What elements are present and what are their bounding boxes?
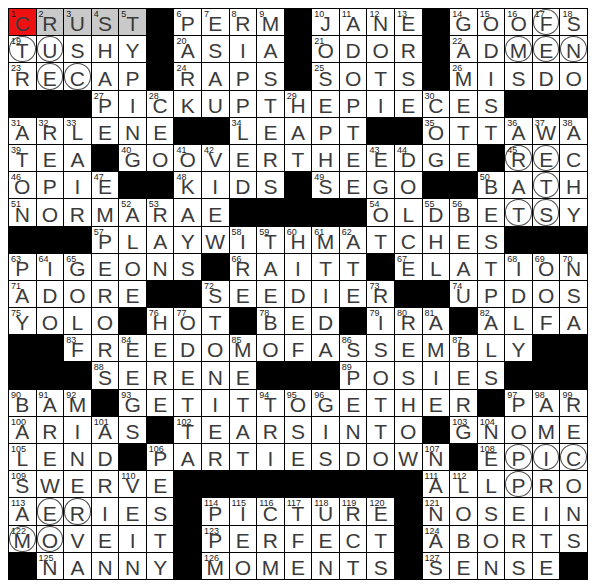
cell-r17c9[interactable]: T: [230, 444, 257, 470]
cell-r9c7[interactable]: Y: [174, 227, 201, 253]
cell-r11c20[interactable]: O: [533, 281, 560, 307]
cell-r21c20[interactable]: E: [533, 553, 560, 579]
cell-r1c10[interactable]: 9M: [257, 9, 284, 35]
cell-r2c2[interactable]: U: [37, 36, 64, 62]
cell-r12c2[interactable]: O: [37, 308, 64, 334]
cell-r2c7[interactable]: 20A: [174, 36, 201, 62]
cell-r19c6[interactable]: S: [147, 498, 174, 524]
cell-r19c16[interactable]: 121N: [423, 498, 450, 524]
cell-r19c5[interactable]: E: [119, 498, 146, 524]
cell-r17c8[interactable]: R: [202, 444, 229, 470]
cell-r17c7[interactable]: A: [174, 444, 201, 470]
cell-r19c2[interactable]: E: [37, 498, 64, 524]
cell-r6c15[interactable]: 44D: [395, 145, 422, 171]
cell-r10c6[interactable]: N: [147, 254, 174, 280]
cell-r9c14[interactable]: T: [367, 227, 394, 253]
cell-r10c18[interactable]: T: [478, 254, 505, 280]
cell-r15c6[interactable]: E: [147, 390, 174, 416]
cell-r16c19[interactable]: O: [505, 417, 532, 443]
cell-r20c17[interactable]: B: [450, 526, 477, 552]
cell-r20c3[interactable]: V: [64, 526, 91, 552]
cell-r3c9[interactable]: P: [230, 63, 257, 89]
cell-r12c14[interactable]: 79I: [367, 308, 394, 334]
cell-r10c2[interactable]: 64I: [37, 254, 64, 280]
cell-r4c9[interactable]: P: [230, 91, 257, 117]
cell-r7c2[interactable]: P: [37, 172, 64, 198]
cell-r7c18[interactable]: 50B: [478, 172, 505, 198]
cell-r16c2[interactable]: R: [37, 417, 64, 443]
cell-r15c21[interactable]: 99R: [560, 390, 587, 416]
cell-r4c16[interactable]: 30C: [423, 91, 450, 117]
cell-r12c8[interactable]: T: [202, 308, 229, 334]
cell-r20c13[interactable]: C: [340, 526, 367, 552]
cell-r15c2[interactable]: 91A: [37, 390, 64, 416]
cell-r8c17[interactable]: 56B: [450, 199, 477, 225]
cell-r9c10[interactable]: 59T: [257, 227, 284, 253]
cell-r15c3[interactable]: 92M: [64, 390, 91, 416]
cell-r11c12[interactable]: I: [312, 281, 339, 307]
cell-r13c17[interactable]: 87B: [450, 335, 477, 361]
cell-r5c6[interactable]: E: [147, 118, 174, 144]
cell-r7c9[interactable]: D: [230, 172, 257, 198]
cell-r8c4[interactable]: M: [92, 199, 119, 225]
cell-r19c4[interactable]: I: [92, 498, 119, 524]
cell-r12c10[interactable]: 78B: [257, 308, 284, 334]
cell-r18c6[interactable]: E: [147, 471, 174, 497]
cell-r14c17[interactable]: E: [450, 362, 477, 388]
cell-r14c18[interactable]: S: [478, 362, 505, 388]
cell-r10c12[interactable]: T: [312, 254, 339, 280]
cell-r3c15[interactable]: S: [395, 63, 422, 89]
cell-r21c10[interactable]: M: [257, 553, 284, 579]
cell-r17c14[interactable]: O: [367, 444, 394, 470]
cell-r19c17[interactable]: O: [450, 498, 477, 524]
cell-r6c20[interactable]: E: [533, 145, 560, 171]
cell-r20c18[interactable]: O: [478, 526, 505, 552]
cell-r4c4[interactable]: 27P: [92, 91, 119, 117]
cell-r2c15[interactable]: R: [395, 36, 422, 62]
cell-r6c9[interactable]: E: [230, 145, 257, 171]
cell-r2c19[interactable]: M: [505, 36, 532, 62]
cell-r2c3[interactable]: S: [64, 36, 91, 62]
cell-r19c9[interactable]: 115I: [230, 498, 257, 524]
cell-r1c5[interactable]: 5T: [119, 9, 146, 35]
cell-r16c11[interactable]: S: [285, 417, 312, 443]
cell-r8c6[interactable]: 53R: [147, 199, 174, 225]
cell-r20c19[interactable]: R: [505, 526, 532, 552]
cell-r3c10[interactable]: S: [257, 63, 284, 89]
cell-r5c11[interactable]: A: [285, 118, 312, 144]
cell-r11c8[interactable]: 72S: [202, 281, 229, 307]
cell-r5c3[interactable]: 33L: [64, 118, 91, 144]
cell-r21c17[interactable]: E: [450, 553, 477, 579]
cell-r16c9[interactable]: A: [230, 417, 257, 443]
cell-r16c18[interactable]: 104N: [478, 417, 505, 443]
cell-r14c8[interactable]: N: [202, 362, 229, 388]
cell-r16c8[interactable]: E: [202, 417, 229, 443]
cell-r4c17[interactable]: E: [450, 91, 477, 117]
cell-r12c18[interactable]: 82A: [478, 308, 505, 334]
cell-r10c17[interactable]: A: [450, 254, 477, 280]
cell-r6c10[interactable]: R: [257, 145, 284, 171]
cell-r14c13[interactable]: 89P: [340, 362, 367, 388]
cell-r15c9[interactable]: T: [230, 390, 257, 416]
cell-r19c21[interactable]: N: [560, 498, 587, 524]
cell-r21c14[interactable]: S: [367, 553, 394, 579]
cell-r20c12[interactable]: E: [312, 526, 339, 552]
cell-r8c14[interactable]: 54O: [367, 199, 394, 225]
cell-r19c11[interactable]: 117T: [285, 498, 312, 524]
cell-r15c12[interactable]: 96G: [312, 390, 339, 416]
cell-r21c4[interactable]: N: [92, 553, 119, 579]
cell-r18c21[interactable]: O: [560, 471, 587, 497]
cell-r8c18[interactable]: E: [478, 199, 505, 225]
cell-r16c3[interactable]: I: [64, 417, 91, 443]
cell-r16c13[interactable]: N: [340, 417, 367, 443]
cell-r2c10[interactable]: A: [257, 36, 284, 62]
cell-r16c21[interactable]: E: [560, 417, 587, 443]
cell-r5c5[interactable]: N: [119, 118, 146, 144]
cell-r11c21[interactable]: S: [560, 281, 587, 307]
cell-r11c2[interactable]: D: [37, 281, 64, 307]
cell-r12c12[interactable]: D: [312, 308, 339, 334]
cell-r16c15[interactable]: O: [395, 417, 422, 443]
cell-r19c1[interactable]: 113A: [9, 498, 36, 524]
cell-r17c6[interactable]: 106P: [147, 444, 174, 470]
cell-r9c5[interactable]: L: [119, 227, 146, 253]
cell-r6c12[interactable]: H: [312, 145, 339, 171]
cell-r11c9[interactable]: E: [230, 281, 257, 307]
cell-r8c1[interactable]: 51N: [9, 199, 36, 225]
cell-r17c20[interactable]: I: [533, 444, 560, 470]
cell-r11c3[interactable]: O: [64, 281, 91, 307]
cell-r12c16[interactable]: 81A: [423, 308, 450, 334]
cell-r4c5[interactable]: I: [119, 91, 146, 117]
cell-r20c20[interactable]: T: [533, 526, 560, 552]
cell-r5c17[interactable]: T: [450, 118, 477, 144]
cell-r9c12[interactable]: 61M: [312, 227, 339, 253]
cell-r3c14[interactable]: T: [367, 63, 394, 89]
cell-r5c2[interactable]: 32R: [37, 118, 64, 144]
cell-r17c21[interactable]: C: [560, 444, 587, 470]
cell-r6c2[interactable]: E: [37, 145, 64, 171]
cell-r15c1[interactable]: 90B: [9, 390, 36, 416]
cell-r7c20[interactable]: T: [533, 172, 560, 198]
cell-r13c15[interactable]: E: [395, 335, 422, 361]
cell-r7c7[interactable]: 48K: [174, 172, 201, 198]
cell-r4c11[interactable]: 29H: [285, 91, 312, 117]
cell-r14c9[interactable]: E: [230, 362, 257, 388]
selected-cell[interactable]: 1C: [9, 9, 36, 35]
cell-r16c17[interactable]: 103G: [450, 417, 477, 443]
cell-r21c19[interactable]: S: [505, 553, 532, 579]
cell-r5c13[interactable]: T: [340, 118, 367, 144]
cell-r19c14[interactable]: 120E: [367, 498, 394, 524]
cell-r3c1[interactable]: 23R: [9, 63, 36, 89]
cell-r3c12[interactable]: 25S: [312, 63, 339, 89]
cell-r9c18[interactable]: S: [478, 227, 505, 253]
cell-r2c12[interactable]: 21O: [312, 36, 339, 62]
cell-r5c19[interactable]: 36A: [505, 118, 532, 144]
cell-r17c15[interactable]: W: [395, 444, 422, 470]
cell-r7c3[interactable]: I: [64, 172, 91, 198]
cell-r18c1[interactable]: 109S: [9, 471, 36, 497]
cell-r8c15[interactable]: L: [395, 199, 422, 225]
cell-r13c3[interactable]: 83F: [64, 335, 91, 361]
cell-r3c17[interactable]: 26M: [450, 63, 477, 89]
cell-r7c13[interactable]: E: [340, 172, 367, 198]
cell-r13c19[interactable]: Y: [505, 335, 532, 361]
cell-r17c4[interactable]: D: [92, 444, 119, 470]
cell-r3c13[interactable]: O: [340, 63, 367, 89]
cell-r17c11[interactable]: E: [285, 444, 312, 470]
cell-r17c2[interactable]: E: [37, 444, 64, 470]
cell-r12c4[interactable]: O: [92, 308, 119, 334]
cell-r10c19[interactable]: 68I: [505, 254, 532, 280]
cell-r2c13[interactable]: D: [340, 36, 367, 62]
cell-r18c2[interactable]: W: [37, 471, 64, 497]
cell-r13c7[interactable]: D: [174, 335, 201, 361]
cell-r1c21[interactable]: 18S: [560, 9, 587, 35]
cell-r15c5[interactable]: 93G: [119, 390, 146, 416]
cell-r18c5[interactable]: 110V: [119, 471, 146, 497]
cell-r21c2[interactable]: 125N: [37, 553, 64, 579]
cell-r17c19[interactable]: P: [505, 444, 532, 470]
cell-r2c17[interactable]: 22A: [450, 36, 477, 62]
cell-r13c9[interactable]: 85M: [230, 335, 257, 361]
cell-r20c16[interactable]: 124A: [423, 526, 450, 552]
cell-r13c4[interactable]: R: [92, 335, 119, 361]
cell-r1c19[interactable]: 16O: [505, 9, 532, 35]
cell-r9c9[interactable]: 58I: [230, 227, 257, 253]
cell-r20c9[interactable]: E: [230, 526, 257, 552]
cell-r10c4[interactable]: E: [92, 254, 119, 280]
cell-r19c10[interactable]: 116C: [257, 498, 284, 524]
cell-r9c13[interactable]: 62A: [340, 227, 367, 253]
cell-r14c7[interactable]: E: [174, 362, 201, 388]
cell-r3c20[interactable]: D: [533, 63, 560, 89]
cell-r13c12[interactable]: A: [312, 335, 339, 361]
cell-r5c1[interactable]: 31A: [9, 118, 36, 144]
cell-r20c14[interactable]: T: [367, 526, 394, 552]
cell-r17c18[interactable]: 108E: [478, 444, 505, 470]
cell-r16c20[interactable]: M: [533, 417, 560, 443]
cell-r6c13[interactable]: E: [340, 145, 367, 171]
cell-r7c4[interactable]: 47E: [92, 172, 119, 198]
cell-r7c15[interactable]: O: [395, 172, 422, 198]
cell-r4c15[interactable]: E: [395, 91, 422, 117]
cell-r21c13[interactable]: T: [340, 553, 367, 579]
cell-r15c14[interactable]: T: [367, 390, 394, 416]
cell-r17c13[interactable]: D: [340, 444, 367, 470]
cell-r1c2[interactable]: 2R: [37, 9, 64, 35]
cell-r21c12[interactable]: N: [312, 553, 339, 579]
cell-r11c14[interactable]: 73R: [367, 281, 394, 307]
cell-r19c3[interactable]: R: [64, 498, 91, 524]
cell-r11c10[interactable]: E: [257, 281, 284, 307]
cell-r20c2[interactable]: O: [37, 526, 64, 552]
cell-r18c16[interactable]: 111A: [423, 471, 450, 497]
cell-r9c6[interactable]: A: [147, 227, 174, 253]
cell-r15c19[interactable]: 97P: [505, 390, 532, 416]
cell-r6c14[interactable]: 43E: [367, 145, 394, 171]
cell-r19c8[interactable]: 114P: [202, 498, 229, 524]
cell-r8c7[interactable]: A: [174, 199, 201, 225]
cell-r17c12[interactable]: S: [312, 444, 339, 470]
cell-r13c6[interactable]: E: [147, 335, 174, 361]
cell-r1c13[interactable]: 11A: [340, 9, 367, 35]
cell-r17c10[interactable]: I: [257, 444, 284, 470]
cell-r10c3[interactable]: 65G: [64, 254, 91, 280]
cell-r15c8[interactable]: I: [202, 390, 229, 416]
cell-r21c6[interactable]: Y: [147, 553, 174, 579]
cell-r14c16[interactable]: I: [423, 362, 450, 388]
cell-r18c17[interactable]: 112L: [450, 471, 477, 497]
cell-r6c1[interactable]: 39T: [9, 145, 36, 171]
cell-r6c19[interactable]: 45R: [505, 145, 532, 171]
cell-r1c18[interactable]: 15O: [478, 9, 505, 35]
cell-r1c8[interactable]: 7E: [202, 9, 229, 35]
cell-r10c5[interactable]: O: [119, 254, 146, 280]
cell-r21c3[interactable]: A: [64, 553, 91, 579]
cell-r16c12[interactable]: I: [312, 417, 339, 443]
cell-r3c5[interactable]: P: [119, 63, 146, 89]
cell-r1c3[interactable]: 3U: [64, 9, 91, 35]
cell-r3c19[interactable]: S: [505, 63, 532, 89]
cell-r4c10[interactable]: T: [257, 91, 284, 117]
cell-r6c16[interactable]: G: [423, 145, 450, 171]
cell-r9c16[interactable]: H: [423, 227, 450, 253]
cell-r3c18[interactable]: I: [478, 63, 505, 89]
cell-r5c12[interactable]: P: [312, 118, 339, 144]
cell-r2c5[interactable]: Y: [119, 36, 146, 62]
cell-r12c6[interactable]: 76H: [147, 308, 174, 334]
cell-r13c10[interactable]: O: [257, 335, 284, 361]
cell-r3c8[interactable]: A: [202, 63, 229, 89]
cell-r9c11[interactable]: 60H: [285, 227, 312, 253]
cell-r17c3[interactable]: N: [64, 444, 91, 470]
cell-r4c13[interactable]: P: [340, 91, 367, 117]
cell-r10c7[interactable]: S: [174, 254, 201, 280]
cell-r17c16[interactable]: 107N: [423, 444, 450, 470]
cell-r11c17[interactable]: 74U: [450, 281, 477, 307]
cell-r10c20[interactable]: 69O: [533, 254, 560, 280]
cell-r1c4[interactable]: 4S: [92, 9, 119, 35]
cell-r5c18[interactable]: T: [478, 118, 505, 144]
cell-r2c14[interactable]: O: [367, 36, 394, 62]
cell-r2c18[interactable]: D: [478, 36, 505, 62]
cell-r3c4[interactable]: A: [92, 63, 119, 89]
cell-r14c5[interactable]: E: [119, 362, 146, 388]
cell-r13c14[interactable]: S: [367, 335, 394, 361]
cell-r9c8[interactable]: W: [202, 227, 229, 253]
cell-r12c7[interactable]: 77O: [174, 308, 201, 334]
cell-r12c11[interactable]: E: [285, 308, 312, 334]
cell-r18c4[interactable]: R: [92, 471, 119, 497]
cell-r16c7[interactable]: 102T: [174, 417, 201, 443]
cell-r8c8[interactable]: E: [202, 199, 229, 225]
cell-r20c11[interactable]: F: [285, 526, 312, 552]
cell-r7c19[interactable]: A: [505, 172, 532, 198]
cell-r5c10[interactable]: E: [257, 118, 284, 144]
cell-r3c2[interactable]: E: [37, 63, 64, 89]
cell-r12c1[interactable]: 75Y: [9, 308, 36, 334]
cell-r10c9[interactable]: 66R: [230, 254, 257, 280]
cell-r10c11[interactable]: I: [285, 254, 312, 280]
cell-r12c3[interactable]: L: [64, 308, 91, 334]
cell-r6c17[interactable]: E: [450, 145, 477, 171]
cell-r6c8[interactable]: 42V: [202, 145, 229, 171]
cell-r15c20[interactable]: 98A: [533, 390, 560, 416]
cell-r10c21[interactable]: 70N: [560, 254, 587, 280]
cell-r21c16[interactable]: 127S: [423, 553, 450, 579]
cell-r19c18[interactable]: S: [478, 498, 505, 524]
cell-r2c8[interactable]: S: [202, 36, 229, 62]
cell-r15c7[interactable]: T: [174, 390, 201, 416]
cell-r4c18[interactable]: S: [478, 91, 505, 117]
cell-r13c5[interactable]: 84E: [119, 335, 146, 361]
cell-r8c3[interactable]: R: [64, 199, 91, 225]
cell-r8c2[interactable]: O: [37, 199, 64, 225]
cell-r16c5[interactable]: S: [119, 417, 146, 443]
cell-r12c20[interactable]: F: [533, 308, 560, 334]
cell-r21c18[interactable]: N: [478, 553, 505, 579]
cell-r12c21[interactable]: A: [560, 308, 587, 334]
cell-r13c11[interactable]: F: [285, 335, 312, 361]
cell-r20c21[interactable]: S: [560, 526, 587, 552]
cell-r5c9[interactable]: 34L: [230, 118, 257, 144]
cell-r1c15[interactable]: 13E: [395, 9, 422, 35]
cell-r15c13[interactable]: E: [340, 390, 367, 416]
cell-r2c9[interactable]: I: [230, 36, 257, 62]
cell-r5c21[interactable]: 38A: [560, 118, 587, 144]
cell-r7c12[interactable]: 49S: [312, 172, 339, 198]
cell-r10c13[interactable]: T: [340, 254, 367, 280]
cell-r1c9[interactable]: 8R: [230, 9, 257, 35]
cell-r6c11[interactable]: T: [285, 145, 312, 171]
cell-r18c18[interactable]: L: [478, 471, 505, 497]
cell-r12c19[interactable]: L: [505, 308, 532, 334]
cell-r9c15[interactable]: C: [395, 227, 422, 253]
cell-r19c13[interactable]: 119R: [340, 498, 367, 524]
cell-r20c6[interactable]: T: [147, 526, 174, 552]
cell-r21c11[interactable]: E: [285, 553, 312, 579]
cell-r1c7[interactable]: 6P: [174, 9, 201, 35]
cell-r14c14[interactable]: O: [367, 362, 394, 388]
cell-r4c6[interactable]: 28C: [147, 91, 174, 117]
cell-r18c19[interactable]: P: [505, 471, 532, 497]
cell-r8c16[interactable]: 55D: [423, 199, 450, 225]
cell-r16c1[interactable]: 100A: [9, 417, 36, 443]
cell-r4c12[interactable]: E: [312, 91, 339, 117]
cell-r11c5[interactable]: E: [119, 281, 146, 307]
cell-r3c21[interactable]: O: [560, 63, 587, 89]
cell-r7c21[interactable]: H: [560, 172, 587, 198]
cell-r2c21[interactable]: N: [560, 36, 587, 62]
cell-r9c17[interactable]: E: [450, 227, 477, 253]
cell-r11c19[interactable]: D: [505, 281, 532, 307]
cell-r14c15[interactable]: S: [395, 362, 422, 388]
cell-r8c21[interactable]: Y: [560, 199, 587, 225]
cell-r11c4[interactable]: R: [92, 281, 119, 307]
cell-r16c14[interactable]: T: [367, 417, 394, 443]
cell-r19c12[interactable]: 118U: [312, 498, 339, 524]
cell-r7c1[interactable]: 46O: [9, 172, 36, 198]
cell-r17c1[interactable]: 105L: [9, 444, 36, 470]
cell-r15c17[interactable]: R: [450, 390, 477, 416]
cell-r3c3[interactable]: C: [64, 63, 91, 89]
cell-r14c4[interactable]: 88S: [92, 362, 119, 388]
